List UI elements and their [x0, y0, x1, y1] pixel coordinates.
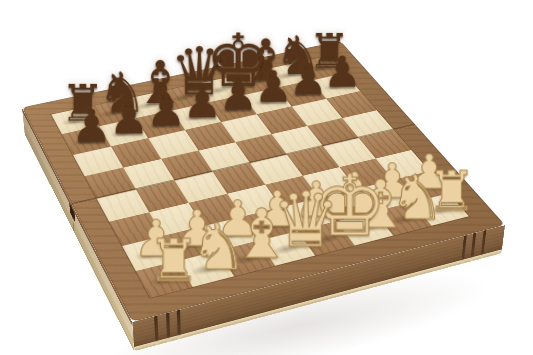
piece-shadow: [168, 92, 199, 104]
piece-shadow: [252, 95, 283, 107]
piece-shadow: [386, 212, 421, 227]
piece-shadow: [145, 118, 177, 131]
piece-shadow: [217, 103, 248, 115]
spine-grooves-right: [461, 230, 486, 264]
groove-line: [470, 233, 476, 262]
piece-shadow: [238, 77, 269, 89]
piece-shadow: [108, 126, 140, 139]
square-f2: ♟: [319, 189, 374, 221]
groove-line: [177, 310, 181, 340]
groove-line: [166, 312, 170, 342]
groove-line: [154, 315, 159, 345]
piece-shadow: [404, 180, 438, 195]
piece-shadow: [253, 217, 288, 233]
square-c2: ♟: [203, 217, 258, 251]
piece-shadow: [306, 63, 336, 74]
piece-shadow: [146, 271, 183, 288]
piece-shadow: [60, 114, 92, 127]
piece-shadow: [213, 226, 248, 242]
piece-shadow: [367, 189, 401, 204]
piece-shadow: [269, 241, 305, 257]
piece-shadow: [203, 84, 234, 96]
piece-shadow: [70, 134, 102, 147]
piece-shadow: [348, 221, 383, 237]
piece-shadow: [272, 70, 302, 82]
piece-shadow: [132, 246, 168, 262]
piece-shadow: [173, 236, 209, 252]
piece-shadow: [96, 107, 127, 120]
piece-shadow: [286, 88, 317, 100]
groove-line: [461, 235, 467, 264]
product-photo-scene: ♜♞♝♛♚♝♞♜♟♟♟♟♟♟♟♟♟♟♟♟♟♟♟♟♜♞♝♛♚♝♞♜: [0, 0, 533, 355]
piece-shadow: [133, 99, 164, 111]
piece-shadow: [229, 251, 265, 268]
groove-line: [480, 230, 486, 259]
piece-shadow: [292, 207, 327, 222]
piece-shadow: [188, 261, 224, 278]
piece-shadow: [181, 110, 213, 123]
piece-shadow: [309, 231, 345, 247]
square-g3: [340, 159, 394, 189]
piece-shadow: [330, 198, 364, 213]
piece-shadow: [321, 80, 352, 92]
piece-shadow: [423, 202, 458, 217]
